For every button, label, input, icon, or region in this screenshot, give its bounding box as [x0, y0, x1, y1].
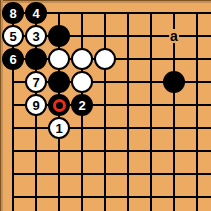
- move-number: 2: [78, 99, 85, 112]
- grid-line-vertical: [104, 12, 106, 211]
- black-stone: [48, 71, 70, 93]
- grid-line-horizontal: [12, 173, 211, 175]
- black-stone-marked: [48, 94, 70, 116]
- move-number: 5: [9, 30, 16, 43]
- grid-line-horizontal: [12, 196, 211, 198]
- circle-marker-icon: [53, 99, 66, 112]
- black-stone: 2: [71, 94, 93, 116]
- grid-line-horizontal: [12, 127, 211, 129]
- go-board: 845367921a: [0, 0, 211, 211]
- point-label-a: a: [169, 29, 179, 43]
- grid-line-vertical: [150, 12, 152, 211]
- move-number: 1: [55, 122, 62, 135]
- white-stone: 7: [25, 71, 47, 93]
- white-stone: [94, 48, 116, 70]
- move-number: 8: [9, 7, 16, 20]
- white-stone: 9: [25, 94, 47, 116]
- move-number: 4: [32, 7, 39, 20]
- black-stone: [25, 48, 47, 70]
- white-stone: 3: [25, 25, 47, 47]
- black-stone: [163, 71, 185, 93]
- grid-line-vertical: [127, 12, 129, 211]
- white-stone: [48, 48, 70, 70]
- move-number: 3: [32, 30, 39, 43]
- grid-line-horizontal: [12, 150, 211, 152]
- black-stone: 4: [25, 2, 47, 24]
- white-stone: [71, 71, 93, 93]
- white-stone: 5: [2, 25, 24, 47]
- black-stone: 6: [2, 48, 24, 70]
- black-stone: 8: [2, 2, 24, 24]
- black-stone: [48, 25, 70, 47]
- white-stone: [71, 48, 93, 70]
- move-number: 7: [32, 76, 39, 89]
- white-stone: 1: [48, 117, 70, 139]
- move-number: 6: [9, 53, 16, 66]
- move-number: 9: [32, 99, 39, 112]
- grid-line-vertical: [196, 12, 198, 211]
